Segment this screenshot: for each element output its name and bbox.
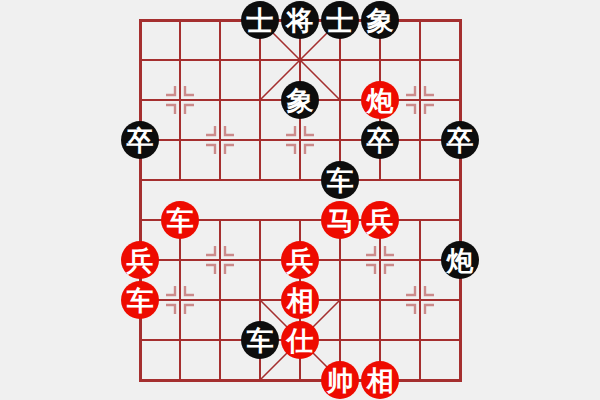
piece-red-chariot[interactable]: 车	[161, 201, 199, 239]
board-point	[160, 280, 200, 320]
board-point: 相	[280, 280, 320, 320]
board-point	[400, 280, 440, 320]
board-point: 象	[280, 80, 320, 120]
piece-red-soldier[interactable]: 兵	[121, 241, 159, 279]
board-point: 车	[320, 160, 360, 200]
piece-red-soldier[interactable]: 兵	[281, 241, 319, 279]
board-point: 车	[120, 280, 160, 320]
board-point	[200, 120, 240, 160]
board-point	[240, 40, 280, 80]
board-point	[240, 360, 280, 400]
piece-red-elephant[interactable]: 相	[281, 281, 319, 319]
piece-black-advisor[interactable]: 士	[241, 1, 279, 39]
board-point	[120, 0, 160, 40]
board-point	[440, 160, 480, 200]
board-point	[320, 280, 360, 320]
board-point	[160, 80, 200, 120]
board-point	[240, 120, 280, 160]
board-point	[440, 0, 480, 40]
board-point	[400, 200, 440, 240]
board-point	[320, 240, 360, 280]
board-point	[400, 360, 440, 400]
board-point: 卒	[440, 120, 480, 160]
board-point	[200, 0, 240, 40]
board-point	[280, 360, 320, 400]
board-point	[280, 40, 320, 80]
board-point	[360, 320, 400, 360]
piece-red-soldier[interactable]: 兵	[361, 201, 399, 239]
board-point	[400, 120, 440, 160]
board-point	[160, 360, 200, 400]
board-point	[440, 200, 480, 240]
board-point	[400, 160, 440, 200]
board-point: 兵	[280, 240, 320, 280]
piece-red-horse[interactable]: 马	[321, 201, 359, 239]
board-point	[280, 120, 320, 160]
board-point	[240, 200, 280, 240]
board-point: 仕	[280, 320, 320, 360]
board-point	[440, 320, 480, 360]
board-point	[120, 160, 160, 200]
board-point	[120, 40, 160, 80]
board-point	[360, 280, 400, 320]
board-point	[360, 40, 400, 80]
board-point	[160, 0, 200, 40]
board-point: 炮	[360, 80, 400, 120]
piece-black-soldier[interactable]: 卒	[441, 121, 479, 159]
board-point	[400, 0, 440, 40]
board-point	[160, 320, 200, 360]
piece-red-chariot[interactable]: 车	[121, 281, 159, 319]
piece-red-elephant[interactable]: 相	[361, 361, 399, 399]
board-point	[160, 160, 200, 200]
board-point: 兵	[360, 200, 400, 240]
screen: 士将士象象炮卒卒卒车车马兵兵兵炮车相车仕帅相	[0, 0, 600, 400]
board-point: 炮	[440, 240, 480, 280]
board-point	[160, 40, 200, 80]
board-point	[200, 80, 240, 120]
board-point: 车	[160, 200, 200, 240]
piece-black-chariot[interactable]: 车	[321, 161, 359, 199]
board-point: 卒	[360, 120, 400, 160]
board-point	[320, 80, 360, 120]
board-point	[200, 240, 240, 280]
board-point: 将	[280, 0, 320, 40]
board-point	[400, 80, 440, 120]
piece-black-elephant[interactable]: 象	[361, 1, 399, 39]
board-point	[440, 280, 480, 320]
board-point: 士	[240, 0, 280, 40]
board-point	[400, 240, 440, 280]
piece-black-general[interactable]: 将	[281, 1, 319, 39]
board-point: 象	[360, 0, 400, 40]
board-point	[320, 120, 360, 160]
board-point	[200, 160, 240, 200]
board-point	[120, 80, 160, 120]
board-point	[440, 360, 480, 400]
board-point: 车	[240, 320, 280, 360]
piece-red-cannon[interactable]: 炮	[361, 81, 399, 119]
piece-red-advisor[interactable]: 仕	[281, 321, 319, 359]
board-point	[120, 200, 160, 240]
piece-black-soldier[interactable]: 卒	[361, 121, 399, 159]
board-point	[360, 160, 400, 200]
board-point	[440, 40, 480, 80]
board-point	[160, 120, 200, 160]
board-point: 兵	[120, 240, 160, 280]
board-point	[360, 240, 400, 280]
board-point	[240, 240, 280, 280]
piece-black-elephant[interactable]: 象	[281, 81, 319, 119]
board-point	[400, 40, 440, 80]
board-point	[120, 360, 160, 400]
board-point: 帅	[320, 360, 360, 400]
board-point	[200, 320, 240, 360]
board-point	[240, 280, 280, 320]
board-point	[280, 200, 320, 240]
board-point	[400, 320, 440, 360]
board-point	[240, 160, 280, 200]
board-point	[200, 40, 240, 80]
board-point	[200, 200, 240, 240]
piece-black-soldier[interactable]: 卒	[121, 121, 159, 159]
board-point	[440, 80, 480, 120]
piece-black-advisor[interactable]: 士	[321, 1, 359, 39]
board-point	[120, 320, 160, 360]
board-point	[240, 80, 280, 120]
board-point	[320, 40, 360, 80]
piece-black-chariot[interactable]: 车	[241, 321, 279, 359]
board-point	[160, 240, 200, 280]
board-point	[320, 320, 360, 360]
board-point	[200, 360, 240, 400]
board-point	[200, 280, 240, 320]
piece-black-cannon[interactable]: 炮	[441, 241, 479, 279]
board-point: 卒	[120, 120, 160, 160]
piece-red-general[interactable]: 帅	[321, 361, 359, 399]
board-point: 士	[320, 0, 360, 40]
board-point: 马	[320, 200, 360, 240]
board-point: 相	[360, 360, 400, 400]
xiangqi-board: 士将士象象炮卒卒卒车车马兵兵兵炮车相车仕帅相	[120, 0, 480, 400]
board-point	[280, 160, 320, 200]
